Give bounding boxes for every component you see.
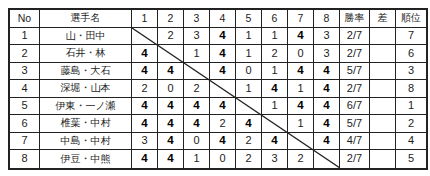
score-cell: 4 xyxy=(132,115,158,133)
team-name-cell: 深堀・山本 xyxy=(40,80,132,98)
win-rate-cell: 2/7 xyxy=(340,80,370,98)
team-name-cell: 山・田中 xyxy=(40,28,132,46)
score-cell: 1 xyxy=(184,150,210,168)
tournament-results-page: No選手名12345678勝率差順位1山・田中23411432/772石井・林4… xyxy=(0,0,430,176)
header-cell-4: 3 xyxy=(184,10,210,28)
score-cell: 1 xyxy=(236,28,262,46)
team-no-cell: 6 xyxy=(10,115,40,133)
score-cell: 4 xyxy=(236,115,262,133)
score-cell: 4 xyxy=(262,133,288,151)
score-cell: 2 xyxy=(210,115,236,133)
score-cell: 1 xyxy=(262,28,288,46)
score-cell: 4 xyxy=(210,45,236,63)
rank-cell: 7 xyxy=(396,28,426,46)
team-name-cell: 伊東・一ノ瀬 xyxy=(40,98,132,116)
team-name-cell: 伊豆・中熊 xyxy=(40,150,132,168)
team-name-cell: 石井・林 xyxy=(40,45,132,63)
score-cell: 4 xyxy=(288,63,314,81)
score-cell: 4 xyxy=(158,133,184,151)
rank-cell: 5 xyxy=(396,150,426,168)
score-cell: 4 xyxy=(210,98,236,116)
score-cell: 4 xyxy=(184,98,210,116)
score-cell: 3 xyxy=(132,133,158,151)
score-cell: 4 xyxy=(314,133,340,151)
score-cell: 1 xyxy=(288,80,314,98)
score-cell: 4 xyxy=(314,98,340,116)
score-cell: 1 xyxy=(236,45,262,63)
score-cell: 3 xyxy=(314,28,340,46)
win-rate-cell: 2/7 xyxy=(340,150,370,168)
score-cell: 2 xyxy=(288,150,314,168)
header-cell-8: 7 xyxy=(288,10,314,28)
rank-cell: 4 xyxy=(396,133,426,151)
win-rate-cell: 2/7 xyxy=(340,28,370,46)
score-cell: 1 xyxy=(236,80,262,98)
score-cell: 4 xyxy=(210,28,236,46)
team-name-cell: 椎葉・中村 xyxy=(40,115,132,133)
score-cell: 2 xyxy=(158,28,184,46)
team-no-cell: 7 xyxy=(10,133,40,151)
score-cell: 4 xyxy=(158,115,184,133)
team-no-cell: 2 xyxy=(10,45,40,63)
team-no-cell: 5 xyxy=(10,98,40,116)
score-cell: 2 xyxy=(236,133,262,151)
diff-cell xyxy=(370,28,396,46)
team-no-cell: 1 xyxy=(10,28,40,46)
score-cell: 2 xyxy=(262,45,288,63)
score-cell: 4 xyxy=(132,150,158,168)
header-cell-12: 順位 xyxy=(396,10,426,28)
win-rate-cell: 5/7 xyxy=(340,63,370,81)
header-cell-7: 6 xyxy=(262,10,288,28)
header-cell-11: 差 xyxy=(370,10,396,28)
header-cell-9: 8 xyxy=(314,10,340,28)
score-cell: 2 xyxy=(132,80,158,98)
score-cell: 4 xyxy=(158,150,184,168)
score-cell: 0 xyxy=(288,45,314,63)
score-cell: 4 xyxy=(132,98,158,116)
self-play-cell xyxy=(132,28,158,46)
header-cell-0: No xyxy=(10,10,40,28)
team-no-cell: 4 xyxy=(10,80,40,98)
score-cell: 3 xyxy=(262,150,288,168)
diff-cell xyxy=(370,98,396,116)
diff-cell xyxy=(370,115,396,133)
header-cell-3: 2 xyxy=(158,10,184,28)
score-cell: 4 xyxy=(210,133,236,151)
header-cell-5: 4 xyxy=(210,10,236,28)
self-play-cell xyxy=(184,63,210,81)
score-cell: 2 xyxy=(184,80,210,98)
diff-cell xyxy=(370,150,396,168)
score-cell: 1 xyxy=(262,98,288,116)
self-play-cell xyxy=(236,98,262,116)
rank-cell: 8 xyxy=(396,80,426,98)
self-play-cell xyxy=(158,45,184,63)
score-cell: 1 xyxy=(262,63,288,81)
score-cell: 4 xyxy=(288,28,314,46)
diff-cell xyxy=(370,63,396,81)
team-name-cell: 中島・中村 xyxy=(40,133,132,151)
score-cell: 4 xyxy=(314,63,340,81)
score-cell: 4 xyxy=(262,80,288,98)
score-cell: 4 xyxy=(210,63,236,81)
score-cell: 1 xyxy=(184,45,210,63)
score-cell: 4 xyxy=(184,115,210,133)
diff-cell xyxy=(370,133,396,151)
score-cell: 2 xyxy=(236,150,262,168)
score-cell: 0 xyxy=(210,150,236,168)
round-robin-crosstable: No選手名12345678勝率差順位1山・田中23411432/772石井・林4… xyxy=(8,8,428,170)
self-play-cell xyxy=(288,133,314,151)
score-cell: 4 xyxy=(132,63,158,81)
team-name-cell: 藤島・大石 xyxy=(40,63,132,81)
rank-cell: 6 xyxy=(396,45,426,63)
score-cell: 4 xyxy=(288,98,314,116)
header-cell-2: 1 xyxy=(132,10,158,28)
diff-cell xyxy=(370,45,396,63)
score-cell: 4 xyxy=(314,115,340,133)
score-cell: 4 xyxy=(314,80,340,98)
score-cell: 4 xyxy=(158,98,184,116)
score-cell: 4 xyxy=(158,63,184,81)
win-rate-cell: 4/7 xyxy=(340,133,370,151)
rank-cell: 3 xyxy=(396,63,426,81)
score-cell: 4 xyxy=(132,45,158,63)
score-cell: 0 xyxy=(158,80,184,98)
win-rate-cell: 5/7 xyxy=(340,115,370,133)
header-cell-6: 5 xyxy=(236,10,262,28)
win-rate-cell: 2/7 xyxy=(340,45,370,63)
rank-cell: 2 xyxy=(396,115,426,133)
self-play-cell xyxy=(262,115,288,133)
team-no-cell: 8 xyxy=(10,150,40,168)
self-play-cell xyxy=(314,150,340,168)
rank-cell: 1 xyxy=(396,98,426,116)
team-no-cell: 3 xyxy=(10,63,40,81)
win-rate-cell: 6/7 xyxy=(340,98,370,116)
diff-cell xyxy=(370,80,396,98)
header-cell-1: 選手名 xyxy=(40,10,132,28)
score-cell: 1 xyxy=(288,115,314,133)
score-cell: 0 xyxy=(236,63,262,81)
score-cell: 3 xyxy=(184,28,210,46)
self-play-cell xyxy=(210,80,236,98)
header-cell-10: 勝率 xyxy=(340,10,370,28)
score-cell: 0 xyxy=(184,133,210,151)
score-cell: 3 xyxy=(314,45,340,63)
